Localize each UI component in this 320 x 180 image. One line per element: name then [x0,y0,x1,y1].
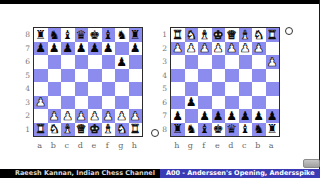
white-rook-piece: ♜ [172,29,183,41]
file-label-g: g [184,141,198,150]
black-pawn-piece: ♟ [130,42,141,54]
square-d2[interactable]: ♟ [225,42,239,56]
black-pawn-piece: ♟ [213,110,224,122]
file-label-h: h [128,141,142,150]
square-b8[interactable]: ♞ [48,28,62,42]
square-g8[interactable]: ♞ [185,123,199,137]
white-bishop-piece: ♝ [103,123,114,135]
square-h6[interactable] [129,55,143,69]
square-a1[interactable]: ♜ [266,28,280,42]
file-label-b: b [251,141,265,150]
square-f8[interactable]: ♝ [198,123,212,137]
white-pawn-piece: ♟ [130,110,141,122]
square-a8[interactable]: ♜ [266,123,280,137]
square-h1[interactable]: ♜ [171,28,185,42]
square-a4[interactable] [266,69,280,83]
file-labels: abcdefgh [33,141,145,149]
file-label-b: b [47,141,61,150]
small-button[interactable] [303,159,320,168]
square-e2[interactable]: ♟ [88,109,102,123]
rank-label-4: 4 [23,82,33,96]
white-knight-piece: ♞ [116,123,127,135]
square-b4[interactable] [252,69,266,83]
white-queen-piece: ♛ [226,29,237,41]
white-pawn-piece: ♟ [226,42,237,54]
channel-credit-text: Raeesh Kannan, Indian Chess Channel [0,169,160,178]
square-d5[interactable] [225,82,239,96]
black-rook-piece: ♜ [130,29,141,41]
white-rook-piece: ♜ [35,123,46,135]
square-c8[interactable]: ♝ [61,28,75,42]
square-c3[interactable] [239,55,253,69]
black-pawn-piece: ♟ [172,110,183,122]
white-pawn-piece: ♟ [89,110,100,122]
square-g2[interactable]: ♟ [185,42,199,56]
square-c2[interactable]: ♟ [61,109,75,123]
white-perspective-board: 87654321 ♜♞♝♛♚♝♞♜♟♟♟♟♟♟♟♟♟♟♟♟♟♟♟♟♜♞♝♛♚♝♞… [23,27,145,149]
black-rook-piece: ♜ [35,29,46,41]
square-g6[interactable]: ♟ [115,55,129,69]
square-e2[interactable]: ♟ [212,42,226,56]
black-knight-piece: ♞ [116,29,127,41]
square-a3[interactable]: ♟ [266,55,280,69]
rank-labels: 12345678 [160,28,170,139]
white-king-piece: ♚ [213,29,224,41]
file-label-f: f [101,141,115,150]
black-pawn-piece: ♟ [89,42,100,54]
square-h3[interactable] [129,96,143,110]
rank-label-5: 5 [23,69,33,83]
square-e7[interactable]: ♟ [212,109,226,123]
square-c1[interactable]: ♝ [239,28,253,42]
black-bishop-piece: ♝ [199,123,210,135]
square-c5[interactable] [61,69,75,83]
square-f7[interactable]: ♟ [198,109,212,123]
white-to-move-indicator [285,27,293,35]
square-h4[interactable] [171,69,185,83]
square-d1[interactable]: ♛ [225,28,239,42]
square-e6[interactable] [212,96,226,110]
white-bishop-piece: ♝ [62,123,73,135]
black-knight-piece: ♞ [253,123,264,135]
square-a7[interactable]: ♟ [266,109,280,123]
white-pawn-piece: ♟ [35,96,46,108]
square-d7[interactable]: ♟ [225,109,239,123]
square-g3[interactable] [115,96,129,110]
black-king-piece: ♚ [89,29,100,41]
square-c1[interactable]: ♝ [61,123,75,137]
square-d4[interactable] [225,69,239,83]
square-f2[interactable]: ♟ [198,42,212,56]
rank-label-2: 2 [23,109,33,123]
square-d4[interactable] [75,82,89,96]
square-h5[interactable] [129,69,143,83]
square-g7[interactable] [185,109,199,123]
square-f2[interactable]: ♟ [102,109,116,123]
file-label-d: d [74,141,88,150]
file-label-a: a [33,141,47,150]
square-h2[interactable]: ♟ [171,42,185,56]
file-label-d: d [224,141,238,150]
square-c7[interactable]: ♟ [61,42,75,56]
black-pawn-piece: ♟ [253,110,264,122]
file-label-h: h [170,141,184,150]
white-king-piece: ♚ [89,123,100,135]
square-b2[interactable]: ♟ [48,109,62,123]
square-a6[interactable] [34,55,48,69]
black-pawn-piece: ♟ [199,110,210,122]
square-g5[interactable] [115,69,129,83]
square-h5[interactable] [171,82,185,96]
square-b1[interactable]: ♞ [252,28,266,42]
square-h2[interactable]: ♟ [129,109,143,123]
square-b7[interactable]: ♟ [48,42,62,56]
square-g2[interactable]: ♟ [115,109,129,123]
square-c4[interactable] [61,82,75,96]
square-a3[interactable]: ♟ [34,96,48,110]
chess-board-grid[interactable]: ♜♞♝♚♛♝♞♜♟♟♟♟♟♟♟♟♟♟♟♟♟♟♟♟♜♞♝♚♛♝♞♜ [170,27,280,137]
square-f1[interactable]: ♝ [198,28,212,42]
square-f6[interactable] [198,96,212,110]
square-e5[interactable] [212,82,226,96]
black-pawn-piece: ♟ [49,42,60,54]
square-b6[interactable] [252,96,266,110]
square-h7[interactable]: ♟ [129,42,143,56]
black-knight-piece: ♞ [49,29,60,41]
square-h1[interactable]: ♜ [129,123,143,137]
square-a4[interactable] [34,82,48,96]
white-knight-piece: ♞ [186,29,197,41]
white-rook-piece: ♜ [267,29,278,41]
square-b8[interactable]: ♞ [252,123,266,137]
square-a8[interactable]: ♜ [34,28,48,42]
square-a6[interactable] [266,96,280,110]
square-b3[interactable] [48,96,62,110]
white-knight-piece: ♞ [49,123,60,135]
square-b5[interactable] [48,69,62,83]
square-c4[interactable] [239,69,253,83]
chess-board-grid[interactable]: ♜♞♝♛♚♝♞♜♟♟♟♟♟♟♟♟♟♟♟♟♟♟♟♟♜♞♝♛♚♝♞♜ [33,27,143,137]
square-b7[interactable]: ♟ [252,109,266,123]
square-f1[interactable]: ♝ [102,123,116,137]
black-perspective-board: 12345678 ♜♞♝♚♛♝♞♜♟♟♟♟♟♟♟♟♟♟♟♟♟♟♟♟♜♞♝♚♛♝♞… [160,27,282,149]
white-pawn-piece: ♟ [62,110,73,122]
white-pawn-piece: ♟ [199,42,210,54]
square-d6[interactable] [225,96,239,110]
square-e6[interactable] [88,55,102,69]
square-d6[interactable] [75,55,89,69]
square-b6[interactable] [48,55,62,69]
black-bishop-piece: ♝ [103,29,114,41]
square-g7[interactable] [115,42,129,56]
square-e4[interactable] [88,82,102,96]
square-b2[interactable]: ♟ [252,42,266,56]
square-e8[interactable]: ♚ [212,123,226,137]
square-f3[interactable] [198,55,212,69]
white-pawn-piece: ♟ [49,110,60,122]
black-pawn-piece: ♟ [116,56,127,68]
square-d3[interactable] [225,55,239,69]
rank-label-8: 8 [160,123,170,137]
square-e4[interactable] [212,69,226,83]
square-d1[interactable]: ♛ [75,123,89,137]
black-bishop-piece: ♝ [240,123,251,135]
square-c3[interactable] [61,96,75,110]
file-label-e: e [211,141,225,150]
square-e8[interactable]: ♚ [88,28,102,42]
black-pawn-piece: ♟ [76,42,87,54]
black-rook-piece: ♜ [172,123,183,135]
square-f4[interactable] [198,69,212,83]
square-b1[interactable]: ♞ [48,123,62,137]
white-pawn-piece: ♟ [240,42,251,54]
square-c8[interactable]: ♝ [239,123,253,137]
top-black-bar [0,0,320,4]
square-b5[interactable] [252,82,266,96]
white-pawn-piece: ♟ [267,56,278,68]
black-queen-piece: ♛ [76,29,87,41]
square-e3[interactable] [212,55,226,69]
file-label-f: f [197,141,211,150]
square-a5[interactable] [266,82,280,96]
black-bishop-piece: ♝ [62,29,73,41]
rank-label-6: 6 [23,55,33,69]
footer-bar: Raeesh Kannan, Indian Chess Channel A00 … [0,169,320,178]
rank-label-1: 1 [160,28,170,42]
square-d5[interactable] [75,69,89,83]
square-h7[interactable]: ♟ [171,109,185,123]
square-h3[interactable] [171,55,185,69]
white-queen-piece: ♛ [76,123,87,135]
rank-label-1: 1 [23,123,33,137]
square-d8[interactable]: ♛ [225,123,239,137]
rank-label-7: 7 [23,42,33,56]
white-rook-piece: ♜ [130,123,141,135]
square-c2[interactable]: ♟ [239,42,253,56]
black-pawn-piece: ♟ [35,42,46,54]
white-bishop-piece: ♝ [199,29,210,41]
rank-label-3: 3 [160,55,170,69]
white-pawn-piece: ♟ [172,42,183,54]
square-c5[interactable] [239,82,253,96]
file-labels: hgfedcba [170,141,282,149]
square-a7[interactable]: ♟ [34,42,48,56]
square-b4[interactable] [48,82,62,96]
rank-label-5: 5 [160,82,170,96]
black-pawn-piece: ♟ [240,110,251,122]
file-label-c: c [60,141,74,150]
square-e7[interactable]: ♟ [88,42,102,56]
square-h8[interactable]: ♜ [129,28,143,42]
rank-labels: 87654321 [23,28,33,139]
white-pawn-piece: ♟ [213,42,224,54]
square-g3[interactable] [185,55,199,69]
black-pawn-piece: ♟ [226,110,237,122]
black-pawn-piece: ♟ [267,110,278,122]
white-pawn-piece: ♟ [103,110,114,122]
square-d2[interactable]: ♟ [75,109,89,123]
square-g5[interactable] [185,82,199,96]
square-h8[interactable]: ♜ [171,123,185,137]
opening-name-text: A00 - Anderssen's Opening, Andersspike [160,169,320,178]
square-g8[interactable]: ♞ [115,28,129,42]
square-a2[interactable] [266,42,280,56]
square-f5[interactable] [102,69,116,83]
square-g1[interactable]: ♞ [185,28,199,42]
square-d8[interactable]: ♛ [75,28,89,42]
square-f3[interactable] [102,96,116,110]
rank-label-8: 8 [23,28,33,42]
black-pawn-piece: ♟ [186,96,197,108]
square-h4[interactable] [129,82,143,96]
square-f8[interactable]: ♝ [102,28,116,42]
white-bishop-piece: ♝ [240,29,251,41]
square-c6[interactable] [61,55,75,69]
file-label-g: g [114,141,128,150]
square-f6[interactable] [102,55,116,69]
white-knight-piece: ♞ [253,29,264,41]
black-pawn-piece: ♟ [62,42,73,54]
square-c6[interactable] [239,96,253,110]
square-c7[interactable]: ♟ [239,109,253,123]
rank-label-3: 3 [23,96,33,110]
rank-label-7: 7 [160,109,170,123]
square-h6[interactable] [171,96,185,110]
white-to-move-indicator [151,129,159,137]
square-e5[interactable] [88,69,102,83]
square-d7[interactable]: ♟ [75,42,89,56]
square-d3[interactable] [75,96,89,110]
square-e1[interactable]: ♚ [212,28,226,42]
file-label-e: e [87,141,101,150]
white-pawn-piece: ♟ [253,42,264,54]
black-king-piece: ♚ [213,123,224,135]
square-a1[interactable]: ♜ [34,123,48,137]
white-pawn-piece: ♟ [186,42,197,54]
square-e1[interactable]: ♚ [88,123,102,137]
square-g6[interactable]: ♟ [185,96,199,110]
square-a2[interactable] [34,109,48,123]
black-rook-piece: ♜ [267,123,278,135]
square-g4[interactable] [115,82,129,96]
file-label-a: a [265,141,279,150]
rank-label-6: 6 [160,96,170,110]
black-queen-piece: ♛ [226,123,237,135]
square-b3[interactable] [252,55,266,69]
square-g4[interactable] [185,69,199,83]
square-f5[interactable] [198,82,212,96]
black-pawn-piece: ♟ [103,42,114,54]
rank-label-4: 4 [160,69,170,83]
square-e3[interactable] [88,96,102,110]
square-a5[interactable] [34,69,48,83]
rank-label-2: 2 [160,42,170,56]
square-g1[interactable]: ♞ [115,123,129,137]
black-knight-piece: ♞ [186,123,197,135]
square-f4[interactable] [102,82,116,96]
white-pawn-piece: ♟ [76,110,87,122]
white-pawn-piece: ♟ [116,110,127,122]
square-f7[interactable]: ♟ [102,42,116,56]
file-label-c: c [238,141,252,150]
